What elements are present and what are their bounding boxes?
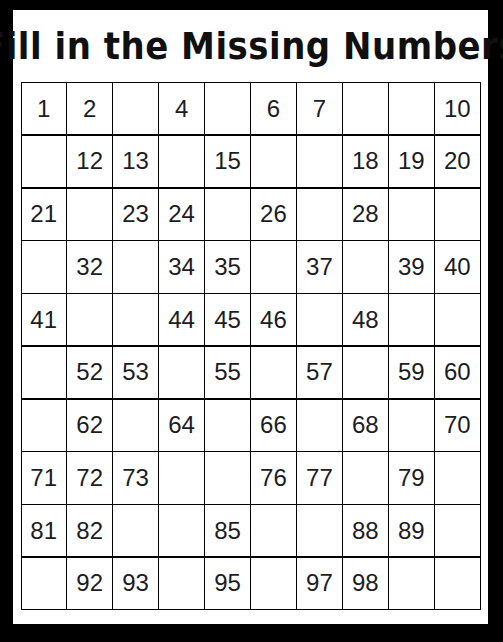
empty-cell[interactable] bbox=[22, 241, 66, 292]
number-cell: 55 bbox=[205, 347, 249, 398]
empty-cell[interactable] bbox=[159, 136, 203, 187]
empty-cell[interactable] bbox=[343, 241, 387, 292]
number-cell: 62 bbox=[67, 400, 111, 451]
empty-cell[interactable] bbox=[22, 558, 66, 609]
number-cell: 85 bbox=[205, 505, 249, 556]
number-cell: 79 bbox=[389, 452, 433, 503]
number-cell: 7 bbox=[297, 83, 341, 134]
empty-cell[interactable] bbox=[113, 83, 157, 134]
number-cell: 20 bbox=[435, 136, 479, 187]
number-cell: 82 bbox=[67, 505, 111, 556]
number-cell: 44 bbox=[159, 294, 203, 345]
empty-cell[interactable] bbox=[205, 189, 249, 240]
number-cell: 6 bbox=[251, 83, 295, 134]
number-cell: 24 bbox=[159, 189, 203, 240]
number-cell: 57 bbox=[297, 347, 341, 398]
empty-cell[interactable] bbox=[205, 83, 249, 134]
empty-cell[interactable] bbox=[205, 452, 249, 503]
number-cell: 89 bbox=[389, 505, 433, 556]
number-cell: 12 bbox=[67, 136, 111, 187]
number-cell: 18 bbox=[343, 136, 387, 187]
number-cell: 37 bbox=[297, 241, 341, 292]
empty-cell[interactable] bbox=[435, 558, 479, 609]
number-cell: 77 bbox=[297, 452, 341, 503]
number-cell: 93 bbox=[113, 558, 157, 609]
empty-cell[interactable] bbox=[22, 347, 66, 398]
empty-cell[interactable] bbox=[251, 558, 295, 609]
number-cell: 34 bbox=[159, 241, 203, 292]
worksheet-title: Fill in the Missing Numbers bbox=[0, 7, 503, 85]
empty-cell[interactable] bbox=[389, 400, 433, 451]
number-cell: 2 bbox=[67, 83, 111, 134]
empty-cell[interactable] bbox=[113, 400, 157, 451]
empty-cell[interactable] bbox=[297, 136, 341, 187]
empty-cell[interactable] bbox=[297, 505, 341, 556]
empty-cell[interactable] bbox=[113, 505, 157, 556]
empty-cell[interactable] bbox=[343, 83, 387, 134]
worksheet-page: Fill in the Missing Numbers 124671012131… bbox=[0, 0, 503, 642]
number-cell: 39 bbox=[389, 241, 433, 292]
number-cell: 48 bbox=[343, 294, 387, 345]
empty-cell[interactable] bbox=[343, 452, 387, 503]
empty-cell[interactable] bbox=[251, 347, 295, 398]
number-cell: 64 bbox=[159, 400, 203, 451]
number-grid: 1246710121315181920212324262832343537394… bbox=[21, 82, 481, 610]
number-cell: 66 bbox=[251, 400, 295, 451]
empty-cell[interactable] bbox=[297, 294, 341, 345]
empty-cell[interactable] bbox=[113, 294, 157, 345]
empty-cell[interactable] bbox=[159, 505, 203, 556]
number-cell: 28 bbox=[343, 189, 387, 240]
number-cell: 98 bbox=[343, 558, 387, 609]
number-cell: 23 bbox=[113, 189, 157, 240]
empty-cell[interactable] bbox=[67, 294, 111, 345]
empty-cell[interactable] bbox=[435, 505, 479, 556]
number-cell: 1 bbox=[22, 83, 66, 134]
number-cell: 32 bbox=[67, 241, 111, 292]
number-cell: 13 bbox=[113, 136, 157, 187]
empty-cell[interactable] bbox=[435, 294, 479, 345]
number-cell: 35 bbox=[205, 241, 249, 292]
number-cell: 76 bbox=[251, 452, 295, 503]
empty-cell[interactable] bbox=[389, 83, 433, 134]
number-cell: 92 bbox=[67, 558, 111, 609]
empty-cell[interactable] bbox=[435, 189, 479, 240]
number-cell: 95 bbox=[205, 558, 249, 609]
number-cell: 81 bbox=[22, 505, 66, 556]
empty-cell[interactable] bbox=[389, 189, 433, 240]
number-cell: 88 bbox=[343, 505, 387, 556]
empty-cell[interactable] bbox=[22, 136, 66, 187]
number-cell: 21 bbox=[22, 189, 66, 240]
empty-cell[interactable] bbox=[251, 136, 295, 187]
number-cell: 41 bbox=[22, 294, 66, 345]
empty-cell[interactable] bbox=[67, 189, 111, 240]
number-cell: 72 bbox=[67, 452, 111, 503]
empty-cell[interactable] bbox=[343, 347, 387, 398]
number-cell: 26 bbox=[251, 189, 295, 240]
number-cell: 73 bbox=[113, 452, 157, 503]
number-cell: 15 bbox=[205, 136, 249, 187]
empty-cell[interactable] bbox=[159, 558, 203, 609]
number-cell: 10 bbox=[435, 83, 479, 134]
empty-cell[interactable] bbox=[389, 558, 433, 609]
number-cell: 45 bbox=[205, 294, 249, 345]
number-cell: 60 bbox=[435, 347, 479, 398]
empty-cell[interactable] bbox=[159, 347, 203, 398]
empty-cell[interactable] bbox=[251, 241, 295, 292]
empty-cell[interactable] bbox=[22, 400, 66, 451]
number-cell: 40 bbox=[435, 241, 479, 292]
number-cell: 53 bbox=[113, 347, 157, 398]
number-cell: 4 bbox=[159, 83, 203, 134]
empty-cell[interactable] bbox=[159, 452, 203, 503]
number-cell: 97 bbox=[297, 558, 341, 609]
empty-cell[interactable] bbox=[297, 189, 341, 240]
worksheet-sheet: Fill in the Missing Numbers 124671012131… bbox=[13, 10, 488, 624]
empty-cell[interactable] bbox=[435, 452, 479, 503]
number-cell: 59 bbox=[389, 347, 433, 398]
empty-cell[interactable] bbox=[297, 400, 341, 451]
number-cell: 19 bbox=[389, 136, 433, 187]
empty-cell[interactable] bbox=[205, 400, 249, 451]
number-cell: 71 bbox=[22, 452, 66, 503]
empty-cell[interactable] bbox=[389, 294, 433, 345]
number-cell: 68 bbox=[343, 400, 387, 451]
empty-cell[interactable] bbox=[251, 505, 295, 556]
empty-cell[interactable] bbox=[113, 241, 157, 292]
number-cell: 46 bbox=[251, 294, 295, 345]
number-cell: 70 bbox=[435, 400, 479, 451]
number-cell: 52 bbox=[67, 347, 111, 398]
